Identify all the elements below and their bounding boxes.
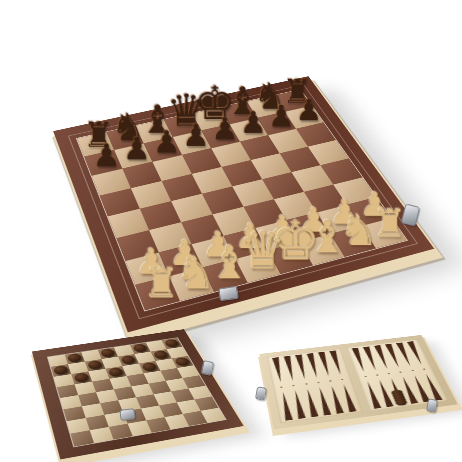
backgammon-point: [375, 379, 395, 407]
square-a7: ♟: [84, 150, 122, 176]
checkers-square-r6c7: [194, 396, 218, 410]
black-pawn: ♟: [182, 121, 210, 150]
backgammon-point: [398, 376, 419, 404]
backgammon-point: [283, 356, 298, 382]
black-pawn: ♟: [153, 127, 181, 156]
black-knight: ♞: [111, 109, 145, 145]
black-pawn: ♟: [123, 134, 151, 164]
square-d7: ♟: [173, 130, 211, 155]
black-queen: ♛: [167, 90, 207, 132]
black-bishop: ♝: [226, 83, 260, 119]
square-h8: ♜: [274, 90, 312, 112]
backgammon-right-top-points: [351, 341, 426, 372]
wood-dot: [305, 383, 307, 384]
checkers-square-r7c0: [71, 430, 95, 446]
square-f6: [240, 135, 280, 160]
backgammon-point: [294, 354, 309, 380]
square-e7: ♟: [201, 124, 240, 148]
backgammon-point: [387, 378, 407, 406]
wood-dot: [364, 376, 366, 377]
backgammon-left-bottom-points: [278, 384, 357, 421]
checkers-square-r6c5: [159, 402, 183, 417]
square-e4: [232, 179, 274, 207]
backgammon-point: [406, 341, 426, 365]
black-pawn: ♟: [268, 102, 295, 130]
checkers-square-r4c7: [183, 375, 206, 388]
checkers-scene: [12, 286, 248, 462]
checkers-square-r5c6: [171, 389, 194, 403]
square-g8: ♞: [247, 96, 285, 118]
backgammon-point: [278, 391, 294, 420]
checkers-square-r7c3: [128, 420, 152, 436]
square-a8: ♜: [77, 132, 114, 157]
backgammon-right-center-dots: [361, 368, 428, 378]
checkers-square-r3c0: [57, 384, 78, 398]
chess-scene: ♜♞♝♛♚♝♞♜♟♟♟♟♟♟♟♟♟♟♟♟♟♟♟♟♜♞♝♛♚♝♞♜: [8, 0, 454, 326]
backgammon-left-half: [267, 348, 363, 423]
square-h7: ♟: [285, 106, 324, 129]
black-pawn: ♟: [92, 141, 120, 171]
checkers-square-r5c5: [154, 391, 177, 405]
black-knight: ♞: [254, 78, 287, 113]
wood-dot: [376, 374, 378, 375]
wood-dot: [400, 371, 402, 372]
checkers-square-r6c0: [67, 418, 90, 434]
wood-dot: [317, 382, 319, 383]
backgammon-point: [363, 381, 382, 409]
checkers-square-r7c6: [183, 411, 208, 426]
checkers-square-r7c2: [109, 424, 133, 440]
checkers-square-r6c4: [141, 405, 165, 420]
checkers-square-r4c3: [114, 386, 136, 400]
backgammon-point: [339, 384, 357, 413]
backgammon-point: [327, 385, 345, 414]
checkers-square-r6c1: [86, 415, 109, 430]
black-pawn: ♟: [211, 114, 238, 143]
backgammon-point: [291, 390, 307, 419]
wood-dot: [293, 385, 295, 386]
wood-dot: [423, 368, 425, 369]
checkers-square-r5c7: [188, 386, 211, 400]
backgammon-board: [259, 335, 457, 429]
backgammon-point: [315, 387, 332, 416]
black-pawn: ♟: [295, 96, 322, 124]
metal-clasp: [218, 286, 239, 302]
square-d5: [192, 167, 232, 194]
square-e5: [222, 160, 263, 186]
square-b7: ♟: [114, 143, 152, 168]
black-king: ♚: [194, 81, 236, 125]
checkers-square-r4c2: [96, 389, 118, 403]
square-g7: ♟: [257, 112, 296, 135]
square-d8: ♛: [164, 113, 202, 136]
square-e8: ♚: [192, 107, 230, 130]
square-h5: [308, 140, 349, 165]
square-d6: [182, 148, 221, 174]
backgammon-point: [271, 357, 285, 383]
backgammon-point: [317, 352, 333, 377]
white-pawn: ♟: [360, 189, 390, 221]
backgammon-scene: [246, 298, 462, 462]
checkers-square-r7c1: [90, 427, 114, 443]
square-c8: ♝: [135, 120, 172, 144]
backgammon-point: [306, 353, 322, 378]
checkers-square-r5c1: [82, 403, 105, 418]
black-rook: ♜: [83, 119, 114, 152]
checkers-square-r5c4: [136, 394, 159, 408]
square-e6: [211, 142, 251, 167]
square-c6: [152, 155, 191, 181]
black-rook: ♜: [282, 76, 311, 107]
checkers-square-r7c7: [201, 408, 226, 423]
square-f5: [251, 153, 292, 179]
checkers-square-r7c4: [146, 417, 170, 433]
checkers-square-r6c6: [177, 399, 201, 414]
checkers-square-r7c5: [165, 414, 189, 429]
product-photo: ♜♞♝♛♚♝♞♜♟♟♟♟♟♟♟♟♟♟♟♟♟♟♟♟♜♞♝♛♚♝♞♜: [0, 0, 462, 462]
square-b8: ♞: [106, 126, 143, 150]
metal-clasp: [119, 408, 135, 421]
backgammon-point: [303, 388, 320, 417]
backgammon-point: [422, 373, 444, 401]
square-f8: ♝: [220, 101, 258, 124]
backgammon-point: [328, 350, 345, 375]
checkers-board: [32, 329, 244, 459]
checkers-square-r4c0: [60, 395, 82, 409]
checkers-square-r4c1: [78, 392, 100, 406]
wood-dot: [411, 370, 413, 371]
backgammon-left-top-points: [271, 350, 345, 383]
wood-dot: [280, 386, 282, 387]
square-g6: [268, 129, 308, 153]
square-h4: [320, 158, 362, 184]
checkers-square-r5c0: [63, 406, 85, 421]
square-f7: ♟: [230, 118, 269, 142]
wood-dot: [342, 379, 344, 380]
square-b6: [122, 162, 161, 188]
square-h6: [296, 123, 336, 147]
wood-dot: [388, 373, 390, 374]
black-bishop: ♝: [140, 102, 175, 139]
square-g5: [280, 147, 321, 172]
checkers-grid: [47, 337, 227, 447]
wood-dot: [329, 380, 331, 381]
square-a6: [92, 169, 131, 196]
chess-grid: ♜♞♝♛♚♝♞♜♟♟♟♟♟♟♟♟♟♟♟♟♟♟♟♟♜♞♝♛♚♝♞♜: [76, 89, 408, 311]
black-pawn: ♟: [240, 108, 267, 137]
square-c7: ♟: [144, 137, 182, 162]
